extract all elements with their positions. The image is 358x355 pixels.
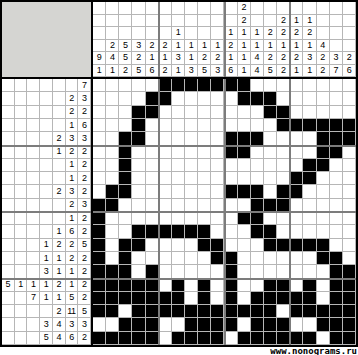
- grid-cell[interactable]: [224, 132, 237, 145]
- row-clue-cell[interactable]: [27, 106, 40, 119]
- col-clue-cell[interactable]: [290, 2, 303, 15]
- row-clue-cell[interactable]: [2, 146, 15, 159]
- col-clue-cell[interactable]: [132, 15, 145, 28]
- col-clue-cell[interactable]: 1: [146, 52, 159, 65]
- grid-cell[interactable]: [224, 225, 237, 238]
- grid-cell[interactable]: [106, 305, 119, 318]
- grid-cell[interactable]: [224, 146, 237, 159]
- grid-cell[interactable]: [238, 279, 251, 292]
- grid-cell[interactable]: [330, 106, 343, 119]
- grid-cell[interactable]: [277, 132, 290, 145]
- grid-cell[interactable]: [159, 172, 172, 185]
- grid-cell[interactable]: [317, 305, 330, 318]
- row-clue-cell[interactable]: [66, 79, 79, 92]
- row-clue-cell[interactable]: 1: [53, 265, 66, 278]
- col-clue-cell[interactable]: [343, 2, 356, 15]
- row-clue-cell[interactable]: 7: [78, 79, 91, 92]
- grid-cell[interactable]: [251, 252, 264, 265]
- grid-cell[interactable]: [290, 305, 303, 318]
- row-clue-cell[interactable]: [27, 252, 40, 265]
- grid-cell[interactable]: [106, 185, 119, 198]
- grid-cell[interactable]: [251, 212, 264, 225]
- grid-cell[interactable]: [264, 185, 277, 198]
- grid-cell[interactable]: [185, 159, 198, 172]
- col-clue-cell[interactable]: 6: [146, 65, 159, 78]
- grid-cell[interactable]: [185, 265, 198, 278]
- row-clue-cell[interactable]: 3: [66, 132, 79, 145]
- grid-cell[interactable]: [264, 92, 277, 105]
- row-clue-cell[interactable]: [15, 79, 28, 92]
- grid-cell[interactable]: [172, 159, 185, 172]
- grid-cell[interactable]: [132, 305, 145, 318]
- grid-cell[interactable]: [119, 265, 132, 278]
- grid-cell[interactable]: [330, 212, 343, 225]
- grid-cell[interactable]: [132, 79, 145, 92]
- grid-cell[interactable]: [303, 239, 316, 252]
- grid-cell[interactable]: [251, 146, 264, 159]
- col-clue-cell[interactable]: [264, 2, 277, 15]
- col-clue-cell[interactable]: [172, 2, 185, 15]
- grid-cell[interactable]: [238, 332, 251, 345]
- grid-cell[interactable]: [251, 132, 264, 145]
- col-clue-cell[interactable]: [159, 15, 172, 28]
- col-clue-cell[interactable]: 2: [290, 27, 303, 40]
- row-clue-cell[interactable]: 2: [66, 106, 79, 119]
- grid-cell[interactable]: [211, 159, 224, 172]
- row-clue-cell[interactable]: 1: [40, 239, 53, 252]
- grid-cell[interactable]: [343, 305, 356, 318]
- grid-cell[interactable]: [330, 332, 343, 345]
- grid-cell[interactable]: [93, 225, 106, 238]
- col-clue-cell[interactable]: [106, 2, 119, 15]
- row-clue-cell[interactable]: [2, 79, 15, 92]
- grid-cell[interactable]: [172, 119, 185, 132]
- col-clue-cell[interactable]: [330, 2, 343, 15]
- row-clue-cell[interactable]: 1: [40, 279, 53, 292]
- row-clue-cell[interactable]: [15, 318, 28, 331]
- grid-cell[interactable]: [277, 265, 290, 278]
- grid-cell[interactable]: [119, 185, 132, 198]
- col-clue-cell[interactable]: [119, 15, 132, 28]
- row-clue-cell[interactable]: [15, 305, 28, 318]
- grid-cell[interactable]: [159, 199, 172, 212]
- row-clue-cell[interactable]: 5: [78, 239, 91, 252]
- grid-cell[interactable]: [251, 292, 264, 305]
- grid-cell[interactable]: [277, 106, 290, 119]
- grid-cell[interactable]: [211, 318, 224, 331]
- grid-cell[interactable]: [224, 185, 237, 198]
- grid-cell[interactable]: [303, 305, 316, 318]
- col-clue-cell[interactable]: 2: [264, 27, 277, 40]
- col-clue-cell[interactable]: [303, 2, 316, 15]
- grid-cell[interactable]: [159, 239, 172, 252]
- grid-cell[interactable]: [93, 185, 106, 198]
- col-clue-cell[interactable]: 2: [159, 40, 172, 53]
- row-clue-cell[interactable]: [27, 199, 40, 212]
- grid-cell[interactable]: [211, 305, 224, 318]
- grid-cell[interactable]: [185, 185, 198, 198]
- grid-cell[interactable]: [277, 292, 290, 305]
- row-clue-cell[interactable]: [15, 212, 28, 225]
- grid-cell[interactable]: [238, 292, 251, 305]
- grid-cell[interactable]: [317, 106, 330, 119]
- grid-cell[interactable]: [185, 239, 198, 252]
- row-clue-cell[interactable]: [2, 92, 15, 105]
- col-clue-cell[interactable]: [198, 15, 211, 28]
- grid-cell[interactable]: [159, 212, 172, 225]
- grid-cell[interactable]: [106, 332, 119, 345]
- grid-cell[interactable]: [119, 119, 132, 132]
- col-clue-cell[interactable]: 1: [211, 40, 224, 53]
- row-clue-cell[interactable]: 2: [53, 239, 66, 252]
- grid-cell[interactable]: [251, 159, 264, 172]
- grid-cell[interactable]: [198, 79, 211, 92]
- row-clue-cell[interactable]: 2: [78, 225, 91, 238]
- row-clue-cell[interactable]: 2: [53, 185, 66, 198]
- grid-cell[interactable]: [93, 279, 106, 292]
- grid-cell[interactable]: [198, 305, 211, 318]
- grid-cell[interactable]: [277, 172, 290, 185]
- grid-cell[interactable]: [172, 212, 185, 225]
- grid-cell[interactable]: [159, 292, 172, 305]
- grid-cell[interactable]: [330, 185, 343, 198]
- row-clue-cell[interactable]: 1: [40, 292, 53, 305]
- row-clue-cell[interactable]: 1: [66, 159, 79, 172]
- row-clue-cell[interactable]: 1: [66, 172, 79, 185]
- col-clue-cell[interactable]: 3: [330, 52, 343, 65]
- grid-cell[interactable]: [211, 265, 224, 278]
- grid-cell[interactable]: [251, 119, 264, 132]
- grid-cell[interactable]: [303, 212, 316, 225]
- grid-cell[interactable]: [264, 239, 277, 252]
- grid-cell[interactable]: [317, 185, 330, 198]
- row-clue-cell[interactable]: 4: [53, 318, 66, 331]
- grid-cell[interactable]: [251, 239, 264, 252]
- grid-cell[interactable]: [159, 79, 172, 92]
- grid-cell[interactable]: [106, 146, 119, 159]
- grid-cell[interactable]: [290, 292, 303, 305]
- grid-cell[interactable]: [251, 305, 264, 318]
- col-clue-cell[interactable]: [317, 2, 330, 15]
- grid-cell[interactable]: [106, 318, 119, 331]
- grid-cell[interactable]: [303, 199, 316, 212]
- grid-cell[interactable]: [317, 146, 330, 159]
- col-clue-cell[interactable]: 3: [303, 52, 316, 65]
- grid-cell[interactable]: [211, 132, 224, 145]
- grid-cell[interactable]: [106, 252, 119, 265]
- grid-cell[interactable]: [119, 146, 132, 159]
- grid-cell[interactable]: [132, 199, 145, 212]
- grid-cell[interactable]: [238, 159, 251, 172]
- row-clue-cell[interactable]: [15, 132, 28, 145]
- grid-cell[interactable]: [185, 292, 198, 305]
- grid-cell[interactable]: [264, 252, 277, 265]
- grid-cell[interactable]: [264, 119, 277, 132]
- grid-cell[interactable]: [303, 79, 316, 92]
- col-clue-cell[interactable]: 1: [238, 65, 251, 78]
- grid-cell[interactable]: [198, 146, 211, 159]
- col-clue-cell[interactable]: 4: [317, 40, 330, 53]
- grid-cell[interactable]: [343, 199, 356, 212]
- grid-cell[interactable]: [290, 159, 303, 172]
- col-clue-cell[interactable]: 1: [251, 40, 264, 53]
- grid-cell[interactable]: [330, 132, 343, 145]
- row-clue-cell[interactable]: 7: [27, 292, 40, 305]
- grid-cell[interactable]: [303, 292, 316, 305]
- row-clue-cell[interactable]: [15, 106, 28, 119]
- grid-cell[interactable]: [159, 265, 172, 278]
- grid-cell[interactable]: [132, 92, 145, 105]
- row-clue-cell[interactable]: [2, 225, 15, 238]
- row-clue-cell[interactable]: [27, 318, 40, 331]
- grid-cell[interactable]: [185, 146, 198, 159]
- grid-cell[interactable]: [317, 132, 330, 145]
- grid-cell[interactable]: [330, 119, 343, 132]
- grid-cell[interactable]: [238, 106, 251, 119]
- col-clue-cell[interactable]: [198, 2, 211, 15]
- grid-cell[interactable]: [330, 318, 343, 331]
- row-clue-cell[interactable]: 6: [66, 225, 79, 238]
- col-clue-cell[interactable]: [146, 27, 159, 40]
- col-clue-cell[interactable]: 9: [93, 52, 106, 65]
- grid-cell[interactable]: [303, 265, 316, 278]
- grid-cell[interactable]: [264, 305, 277, 318]
- row-clue-cell[interactable]: 5: [78, 305, 91, 318]
- grid-cell[interactable]: [303, 159, 316, 172]
- col-clue-cell[interactable]: 1: [290, 65, 303, 78]
- grid-cell[interactable]: [264, 159, 277, 172]
- col-clue-cell[interactable]: 2: [277, 15, 290, 28]
- col-clue-cell[interactable]: 2: [264, 52, 277, 65]
- grid-cell[interactable]: [146, 239, 159, 252]
- row-clue-cell[interactable]: 2: [66, 252, 79, 265]
- grid-cell[interactable]: [251, 332, 264, 345]
- row-clue-cell[interactable]: [15, 332, 28, 345]
- row-clue-cell[interactable]: 5: [66, 292, 79, 305]
- row-clue-cell[interactable]: [27, 119, 40, 132]
- grid-cell[interactable]: [277, 212, 290, 225]
- row-clue-cell[interactable]: 2: [78, 212, 91, 225]
- grid-cell[interactable]: [146, 332, 159, 345]
- row-clue-cell[interactable]: 1: [53, 225, 66, 238]
- col-clue-cell[interactable]: 1: [290, 40, 303, 53]
- grid-cell[interactable]: [106, 279, 119, 292]
- grid-cell[interactable]: [172, 172, 185, 185]
- grid-cell[interactable]: [224, 92, 237, 105]
- grid-cell[interactable]: [132, 106, 145, 119]
- grid-cell[interactable]: [159, 225, 172, 238]
- grid-cell[interactable]: [132, 146, 145, 159]
- grid-cell[interactable]: [119, 132, 132, 145]
- grid-cell[interactable]: [146, 119, 159, 132]
- row-clue-cell[interactable]: 6: [66, 332, 79, 345]
- col-clue-cell[interactable]: [159, 2, 172, 15]
- grid-cell[interactable]: [264, 172, 277, 185]
- grid-cell[interactable]: [146, 279, 159, 292]
- row-clue-cell[interactable]: [53, 172, 66, 185]
- grid-cell[interactable]: [172, 132, 185, 145]
- row-clue-cell[interactable]: [2, 199, 15, 212]
- row-clue-cell[interactable]: 3: [66, 185, 79, 198]
- row-clue-cell[interactable]: [2, 292, 15, 305]
- grid-cell[interactable]: [106, 265, 119, 278]
- grid-cell[interactable]: [119, 212, 132, 225]
- grid-cell[interactable]: [211, 92, 224, 105]
- grid-cell[interactable]: [251, 225, 264, 238]
- col-clue-cell[interactable]: 3: [211, 65, 224, 78]
- grid-cell[interactable]: [93, 239, 106, 252]
- grid-cell[interactable]: [264, 132, 277, 145]
- grid-cell[interactable]: [146, 199, 159, 212]
- grid-cell[interactable]: [238, 199, 251, 212]
- grid-cell[interactable]: [238, 92, 251, 105]
- grid-cell[interactable]: [211, 225, 224, 238]
- grid-cell[interactable]: [238, 185, 251, 198]
- row-clue-cell[interactable]: [15, 239, 28, 252]
- row-clue-cell[interactable]: [2, 318, 15, 331]
- grid-cell[interactable]: [277, 159, 290, 172]
- grid-cell[interactable]: [317, 212, 330, 225]
- grid-cell[interactable]: [290, 79, 303, 92]
- grid-cell[interactable]: [132, 279, 145, 292]
- grid-cell[interactable]: [343, 265, 356, 278]
- grid-cell[interactable]: [172, 305, 185, 318]
- grid-cell[interactable]: [93, 199, 106, 212]
- grid-cell[interactable]: [93, 318, 106, 331]
- grid-cell[interactable]: [290, 172, 303, 185]
- grid-cell[interactable]: [93, 265, 106, 278]
- grid-cell[interactable]: [132, 132, 145, 145]
- grid-cell[interactable]: [106, 212, 119, 225]
- grid-cell[interactable]: [290, 199, 303, 212]
- grid-cell[interactable]: [198, 265, 211, 278]
- grid-cell[interactable]: [198, 106, 211, 119]
- grid-cell[interactable]: [224, 279, 237, 292]
- grid-cell[interactable]: [330, 265, 343, 278]
- grid-cell[interactable]: [264, 332, 277, 345]
- row-clue-cell[interactable]: [2, 332, 15, 345]
- row-clue-cell[interactable]: 11: [66, 305, 79, 318]
- grid-cell[interactable]: [146, 305, 159, 318]
- grid-cell[interactable]: [119, 318, 132, 331]
- grid-cell[interactable]: [198, 225, 211, 238]
- col-clue-cell[interactable]: [317, 15, 330, 28]
- grid-cell[interactable]: [106, 172, 119, 185]
- grid-cell[interactable]: [251, 318, 264, 331]
- grid-cell[interactable]: [317, 225, 330, 238]
- grid-cell[interactable]: [303, 185, 316, 198]
- col-clue-cell[interactable]: 1: [93, 65, 106, 78]
- row-clue-cell[interactable]: [15, 172, 28, 185]
- grid-cell[interactable]: [277, 146, 290, 159]
- grid-cell[interactable]: [277, 305, 290, 318]
- row-clue-cell[interactable]: 5: [40, 332, 53, 345]
- grid-cell[interactable]: [119, 332, 132, 345]
- grid-cell[interactable]: [132, 292, 145, 305]
- grid-cell[interactable]: [211, 119, 224, 132]
- row-clue-cell[interactable]: 2: [78, 185, 91, 198]
- grid-cell[interactable]: [264, 79, 277, 92]
- row-clue-cell[interactable]: [27, 225, 40, 238]
- grid-cell[interactable]: [277, 239, 290, 252]
- row-clue-cell[interactable]: [27, 79, 40, 92]
- grid-cell[interactable]: [303, 318, 316, 331]
- grid-cell[interactable]: [119, 199, 132, 212]
- grid-cell[interactable]: [264, 146, 277, 159]
- grid-cell[interactable]: [119, 279, 132, 292]
- col-clue-cell[interactable]: 5: [119, 52, 132, 65]
- col-clue-cell[interactable]: 1: [303, 15, 316, 28]
- grid-cell[interactable]: [146, 265, 159, 278]
- col-clue-cell[interactable]: 2: [159, 65, 172, 78]
- grid-cell[interactable]: [303, 225, 316, 238]
- col-clue-cell[interactable]: 2: [106, 40, 119, 53]
- grid-cell[interactable]: [317, 172, 330, 185]
- col-clue-cell[interactable]: [146, 2, 159, 15]
- row-clue-cell[interactable]: [27, 332, 40, 345]
- row-clue-cell[interactable]: 2: [78, 172, 91, 185]
- col-clue-cell[interactable]: 1: [264, 40, 277, 53]
- row-clue-cell[interactable]: 3: [78, 318, 91, 331]
- row-clue-cell[interactable]: 1: [66, 279, 79, 292]
- row-clue-cell[interactable]: 2: [78, 252, 91, 265]
- grid-cell[interactable]: [224, 332, 237, 345]
- grid-cell[interactable]: [238, 318, 251, 331]
- col-clue-cell[interactable]: 2: [303, 27, 316, 40]
- grid-cell[interactable]: [185, 332, 198, 345]
- grid-cell[interactable]: [290, 119, 303, 132]
- grid-cell[interactable]: [146, 92, 159, 105]
- row-clue-cell[interactable]: 2: [78, 265, 91, 278]
- grid-cell[interactable]: [146, 212, 159, 225]
- grid-cell[interactable]: [303, 106, 316, 119]
- col-clue-cell[interactable]: 1: [172, 40, 185, 53]
- grid-cell[interactable]: [93, 332, 106, 345]
- row-clue-cell[interactable]: 1: [66, 265, 79, 278]
- row-clue-cell[interactable]: [53, 106, 66, 119]
- row-clue-cell[interactable]: 1: [15, 279, 28, 292]
- grid-cell[interactable]: [93, 159, 106, 172]
- grid-cell[interactable]: [343, 279, 356, 292]
- grid-cell[interactable]: [132, 318, 145, 331]
- col-clue-cell[interactable]: [106, 15, 119, 28]
- row-clue-cell[interactable]: [15, 185, 28, 198]
- col-clue-cell[interactable]: 1: [106, 65, 119, 78]
- grid-cell[interactable]: [146, 185, 159, 198]
- grid-cell[interactable]: [211, 279, 224, 292]
- grid-cell[interactable]: [132, 185, 145, 198]
- grid-cell[interactable]: [317, 318, 330, 331]
- grid-cell[interactable]: [159, 159, 172, 172]
- grid-cell[interactable]: [93, 132, 106, 145]
- grid-cell[interactable]: [238, 172, 251, 185]
- grid-cell[interactable]: [224, 239, 237, 252]
- row-clue-cell[interactable]: 1: [27, 279, 40, 292]
- grid-cell[interactable]: [343, 212, 356, 225]
- col-clue-cell[interactable]: 1: [251, 27, 264, 40]
- row-clue-cell[interactable]: [2, 185, 15, 198]
- grid-cell[interactable]: [198, 252, 211, 265]
- grid-cell[interactable]: [303, 119, 316, 132]
- col-clue-cell[interactable]: [343, 40, 356, 53]
- grid-cell[interactable]: [172, 146, 185, 159]
- grid-cell[interactable]: [211, 172, 224, 185]
- grid-cell[interactable]: [159, 185, 172, 198]
- grid-cell[interactable]: [224, 212, 237, 225]
- col-clue-cell[interactable]: 2: [317, 65, 330, 78]
- grid-cell[interactable]: [211, 79, 224, 92]
- grid-cell[interactable]: [238, 79, 251, 92]
